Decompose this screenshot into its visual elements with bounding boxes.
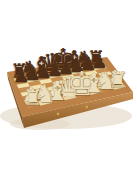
brass-hinge [57,113,60,116]
chess-board [0,0,137,183]
brass-hinge [85,106,88,109]
product-photo-chess-set: ♜♞♝♛♚♝♞♜♟♟♟♟♟♟♟♟♟♟♟♟♟♟♟♟♜♞♝♛♚♝♞♜ [0,0,137,183]
